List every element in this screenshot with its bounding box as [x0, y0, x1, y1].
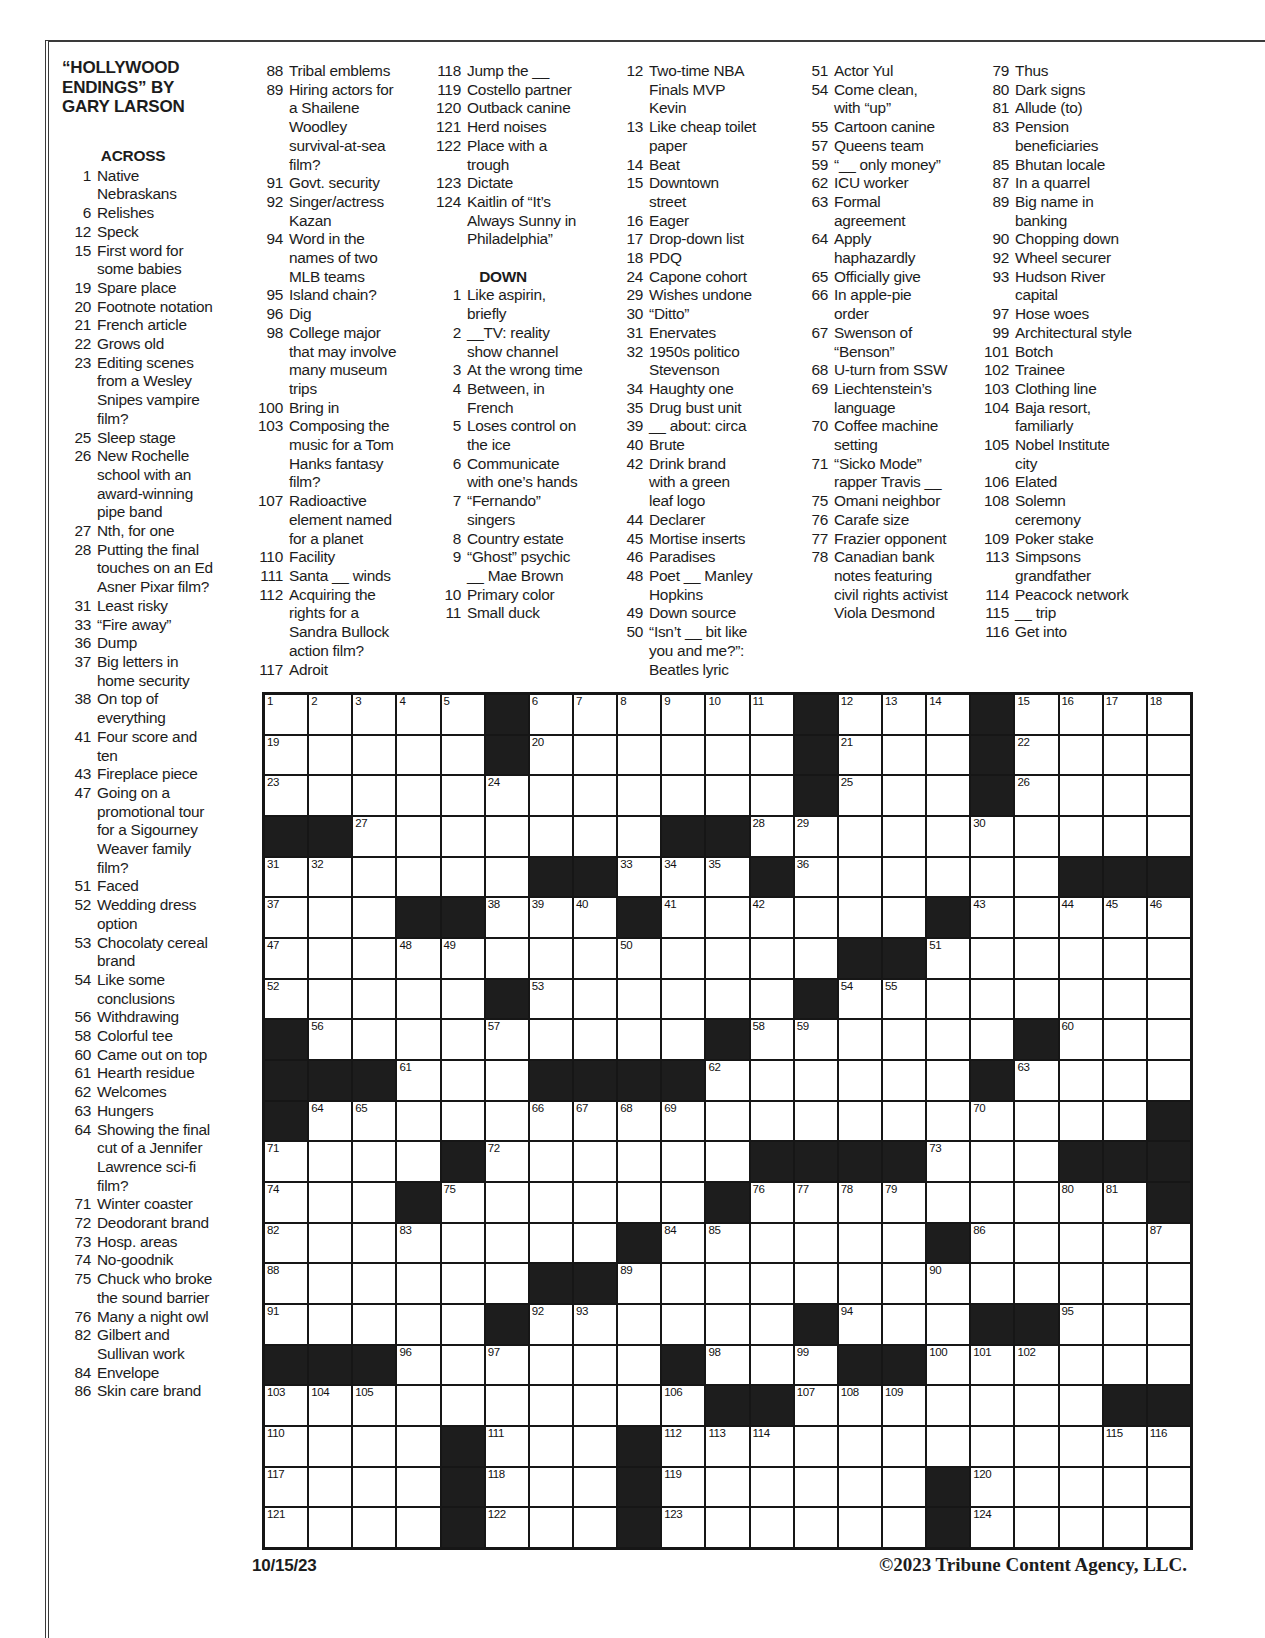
cell-r1c15[interactable]: 13 — [883, 695, 925, 734]
cell-r18c6[interactable] — [486, 1386, 528, 1425]
cell-r20c3[interactable] — [353, 1468, 395, 1507]
cell-r14c18[interactable] — [1015, 1224, 1057, 1263]
cell-r4c21[interactable] — [1148, 817, 1190, 856]
cell-r15c16[interactable]: 90 — [927, 1264, 969, 1303]
cell-r2c9[interactable] — [618, 736, 660, 775]
cell-r17c5[interactable] — [442, 1346, 484, 1385]
cell-r2c8[interactable] — [574, 736, 616, 775]
cell-r11c15[interactable] — [883, 1102, 925, 1141]
cell-r9c10[interactable] — [662, 1020, 704, 1059]
cell-r16c20[interactable] — [1104, 1305, 1146, 1344]
cell-r3c8[interactable] — [574, 776, 616, 815]
cell-r3c1[interactable]: 23 — [265, 776, 307, 815]
cell-r14c11[interactable]: 85 — [706, 1224, 748, 1263]
cell-r15c17[interactable] — [971, 1264, 1013, 1303]
cell-r8c16[interactable] — [927, 980, 969, 1019]
cell-r12c3[interactable] — [353, 1142, 395, 1181]
cell-r21c20[interactable] — [1104, 1508, 1146, 1547]
cell-r2c15[interactable] — [883, 736, 925, 775]
cell-r6c8[interactable]: 40 — [574, 898, 616, 937]
cell-r20c11[interactable] — [706, 1468, 748, 1507]
cell-r9c19[interactable]: 60 — [1060, 1020, 1102, 1059]
cell-r14c13[interactable] — [795, 1224, 837, 1263]
cell-r7c10[interactable] — [662, 939, 704, 978]
cell-r16c7[interactable]: 92 — [530, 1305, 572, 1344]
cell-r4c17[interactable]: 30 — [971, 817, 1013, 856]
cell-r15c21[interactable] — [1148, 1264, 1190, 1303]
cell-r1c3[interactable]: 3 — [353, 695, 395, 734]
cell-r21c3[interactable] — [353, 1508, 395, 1547]
cell-r18c19[interactable] — [1060, 1386, 1102, 1425]
cell-r14c4[interactable]: 83 — [397, 1224, 439, 1263]
cell-r11c5[interactable] — [442, 1102, 484, 1141]
cell-r3c14[interactable]: 25 — [839, 776, 881, 815]
cell-r5c16[interactable] — [927, 858, 969, 897]
cell-r6c3[interactable] — [353, 898, 395, 937]
cell-r12c9[interactable] — [618, 1142, 660, 1181]
cell-r13c3[interactable] — [353, 1183, 395, 1222]
cell-r3c2[interactable] — [309, 776, 351, 815]
cell-r16c10[interactable] — [662, 1305, 704, 1344]
cell-r11c13[interactable] — [795, 1102, 837, 1141]
cell-r21c14[interactable] — [839, 1508, 881, 1547]
cell-r4c7[interactable] — [530, 817, 572, 856]
cell-r8c3[interactable] — [353, 980, 395, 1019]
cell-r4c6[interactable] — [486, 817, 528, 856]
cell-r3c20[interactable] — [1104, 776, 1146, 815]
cell-r9c17[interactable] — [971, 1020, 1013, 1059]
cell-r18c16[interactable] — [927, 1386, 969, 1425]
cell-r6c7[interactable]: 39 — [530, 898, 572, 937]
cell-r11c8[interactable]: 67 — [574, 1102, 616, 1141]
cell-r1c14[interactable]: 12 — [839, 695, 881, 734]
cell-r15c20[interactable] — [1104, 1264, 1146, 1303]
cell-r19c16[interactable] — [927, 1427, 969, 1466]
cell-r13c5[interactable]: 75 — [442, 1183, 484, 1222]
cell-r17c4[interactable]: 96 — [397, 1346, 439, 1385]
cell-r2c1[interactable]: 19 — [265, 736, 307, 775]
cell-r5c6[interactable] — [486, 858, 528, 897]
cell-r15c12[interactable] — [751, 1264, 793, 1303]
cell-r5c11[interactable]: 35 — [706, 858, 748, 897]
cell-r12c6[interactable]: 72 — [486, 1142, 528, 1181]
cell-r21c2[interactable] — [309, 1508, 351, 1547]
cell-r18c3[interactable]: 105 — [353, 1386, 395, 1425]
cell-r7c20[interactable] — [1104, 939, 1146, 978]
cell-r11c4[interactable] — [397, 1102, 439, 1141]
cell-r8c20[interactable] — [1104, 980, 1146, 1019]
cell-r4c19[interactable] — [1060, 817, 1102, 856]
cell-r7c21[interactable] — [1148, 939, 1190, 978]
cell-r8c8[interactable] — [574, 980, 616, 1019]
cell-r2c10[interactable] — [662, 736, 704, 775]
cell-r21c6[interactable]: 122 — [486, 1508, 528, 1547]
cell-r8c18[interactable] — [1015, 980, 1057, 1019]
cell-r11c14[interactable] — [839, 1102, 881, 1141]
cell-r5c18[interactable] — [1015, 858, 1057, 897]
cell-r18c8[interactable] — [574, 1386, 616, 1425]
cell-r15c19[interactable] — [1060, 1264, 1102, 1303]
cell-r1c1[interactable]: 1 — [265, 695, 307, 734]
cell-r4c5[interactable] — [442, 817, 484, 856]
cell-r19c21[interactable]: 116 — [1148, 1427, 1190, 1466]
cell-r2c12[interactable] — [751, 736, 793, 775]
cell-r16c11[interactable] — [706, 1305, 748, 1344]
cell-r8c14[interactable]: 54 — [839, 980, 881, 1019]
cell-r10c11[interactable]: 62 — [706, 1061, 748, 1100]
cell-r8c17[interactable] — [971, 980, 1013, 1019]
cell-r1c8[interactable]: 7 — [574, 695, 616, 734]
cell-r20c2[interactable] — [309, 1468, 351, 1507]
cell-r6c21[interactable]: 46 — [1148, 898, 1190, 937]
cell-r7c16[interactable]: 51 — [927, 939, 969, 978]
cell-r14c19[interactable] — [1060, 1224, 1102, 1263]
cell-r17c11[interactable]: 98 — [706, 1346, 748, 1385]
cell-r1c21[interactable]: 18 — [1148, 695, 1190, 734]
cell-r4c14[interactable] — [839, 817, 881, 856]
cell-r6c6[interactable]: 38 — [486, 898, 528, 937]
cell-r18c9[interactable] — [618, 1386, 660, 1425]
cell-r15c10[interactable] — [662, 1264, 704, 1303]
cell-r2c3[interactable] — [353, 736, 395, 775]
cell-r15c9[interactable]: 89 — [618, 1264, 660, 1303]
cell-r7c18[interactable] — [1015, 939, 1057, 978]
cell-r17c13[interactable]: 99 — [795, 1346, 837, 1385]
cell-r15c4[interactable] — [397, 1264, 439, 1303]
cell-r12c16[interactable]: 73 — [927, 1142, 969, 1181]
cell-r14c7[interactable] — [530, 1224, 572, 1263]
cell-r8c10[interactable] — [662, 980, 704, 1019]
cell-r8c19[interactable] — [1060, 980, 1102, 1019]
cell-r19c4[interactable] — [397, 1427, 439, 1466]
cell-r5c4[interactable] — [397, 858, 439, 897]
cell-r15c18[interactable] — [1015, 1264, 1057, 1303]
cell-r19c3[interactable] — [353, 1427, 395, 1466]
cell-r8c7[interactable]: 53 — [530, 980, 572, 1019]
cell-r11c7[interactable]: 66 — [530, 1102, 572, 1141]
cell-r6c13[interactable] — [795, 898, 837, 937]
cell-r7c11[interactable] — [706, 939, 748, 978]
cell-r11c3[interactable]: 65 — [353, 1102, 395, 1141]
cell-r18c15[interactable]: 109 — [883, 1386, 925, 1425]
cell-r12c4[interactable] — [397, 1142, 439, 1181]
cell-r6c18[interactable] — [1015, 898, 1057, 937]
cell-r6c10[interactable]: 41 — [662, 898, 704, 937]
cell-r16c5[interactable] — [442, 1305, 484, 1344]
cell-r11c9[interactable]: 68 — [618, 1102, 660, 1141]
cell-r13c8[interactable] — [574, 1183, 616, 1222]
cell-r18c13[interactable]: 107 — [795, 1386, 837, 1425]
cell-r20c10[interactable]: 119 — [662, 1468, 704, 1507]
cell-r7c12[interactable] — [751, 939, 793, 978]
cell-r17c19[interactable] — [1060, 1346, 1102, 1385]
cell-r19c13[interactable] — [795, 1427, 837, 1466]
cell-r13c15[interactable]: 79 — [883, 1183, 925, 1222]
cell-r9c12[interactable]: 58 — [751, 1020, 793, 1059]
cell-r21c4[interactable] — [397, 1508, 439, 1547]
cell-r12c2[interactable] — [309, 1142, 351, 1181]
cell-r13c20[interactable]: 81 — [1104, 1183, 1146, 1222]
cell-r17c6[interactable]: 97 — [486, 1346, 528, 1385]
cell-r4c20[interactable] — [1104, 817, 1146, 856]
cell-r14c5[interactable] — [442, 1224, 484, 1263]
cell-r20c15[interactable] — [883, 1468, 925, 1507]
cell-r1c4[interactable]: 4 — [397, 695, 439, 734]
cell-r14c15[interactable] — [883, 1224, 925, 1263]
cell-r14c2[interactable] — [309, 1224, 351, 1263]
cell-r20c4[interactable] — [397, 1468, 439, 1507]
cell-r20c7[interactable] — [530, 1468, 572, 1507]
cell-r5c1[interactable]: 31 — [265, 858, 307, 897]
cell-r4c15[interactable] — [883, 817, 925, 856]
cell-r13c16[interactable] — [927, 1183, 969, 1222]
cell-r7c7[interactable] — [530, 939, 572, 978]
cell-r13c2[interactable] — [309, 1183, 351, 1222]
cell-r1c16[interactable]: 14 — [927, 695, 969, 734]
cell-r13c17[interactable] — [971, 1183, 1013, 1222]
cell-r12c8[interactable] — [574, 1142, 616, 1181]
cell-r10c20[interactable] — [1104, 1061, 1146, 1100]
cell-r14c20[interactable] — [1104, 1224, 1146, 1263]
cell-r2c2[interactable] — [309, 736, 351, 775]
cell-r21c15[interactable] — [883, 1508, 925, 1547]
cell-r4c4[interactable] — [397, 817, 439, 856]
cell-r4c8[interactable] — [574, 817, 616, 856]
cell-r8c5[interactable] — [442, 980, 484, 1019]
cell-r8c12[interactable] — [751, 980, 793, 1019]
cell-r21c17[interactable]: 124 — [971, 1508, 1013, 1547]
cell-r12c17[interactable] — [971, 1142, 1013, 1181]
cell-r8c11[interactable] — [706, 980, 748, 1019]
cell-r5c13[interactable]: 36 — [795, 858, 837, 897]
cell-r3c7[interactable] — [530, 776, 572, 815]
cell-r7c4[interactable]: 48 — [397, 939, 439, 978]
cell-r13c7[interactable] — [530, 1183, 572, 1222]
cell-r13c6[interactable] — [486, 1183, 528, 1222]
cell-r18c10[interactable]: 106 — [662, 1386, 704, 1425]
cell-r3c4[interactable] — [397, 776, 439, 815]
cell-r19c20[interactable]: 115 — [1104, 1427, 1146, 1466]
cell-r4c9[interactable] — [618, 817, 660, 856]
cell-r18c4[interactable] — [397, 1386, 439, 1425]
cell-r19c11[interactable]: 113 — [706, 1427, 748, 1466]
cell-r19c1[interactable]: 110 — [265, 1427, 307, 1466]
cell-r9c9[interactable] — [618, 1020, 660, 1059]
cell-r7c3[interactable] — [353, 939, 395, 978]
cell-r14c17[interactable]: 86 — [971, 1224, 1013, 1263]
cell-r4c12[interactable]: 28 — [751, 817, 793, 856]
cell-r10c5[interactable] — [442, 1061, 484, 1100]
cell-r20c12[interactable] — [751, 1468, 793, 1507]
cell-r20c13[interactable] — [795, 1468, 837, 1507]
cell-r2c14[interactable]: 21 — [839, 736, 881, 775]
cell-r19c17[interactable] — [971, 1427, 1013, 1466]
cell-r16c3[interactable] — [353, 1305, 395, 1344]
cell-r5c2[interactable]: 32 — [309, 858, 351, 897]
cell-r17c12[interactable] — [751, 1346, 793, 1385]
cell-r5c14[interactable] — [839, 858, 881, 897]
cell-r16c19[interactable]: 95 — [1060, 1305, 1102, 1344]
cell-r3c11[interactable] — [706, 776, 748, 815]
cell-r1c12[interactable]: 11 — [751, 695, 793, 734]
cell-r18c18[interactable] — [1015, 1386, 1057, 1425]
cell-r15c13[interactable] — [795, 1264, 837, 1303]
cell-r13c1[interactable]: 74 — [265, 1183, 307, 1222]
cell-r20c1[interactable]: 117 — [265, 1468, 307, 1507]
cell-r14c14[interactable] — [839, 1224, 881, 1263]
cell-r16c9[interactable] — [618, 1305, 660, 1344]
cell-r3c6[interactable]: 24 — [486, 776, 528, 815]
cell-r7c6[interactable] — [486, 939, 528, 978]
cell-r11c2[interactable]: 64 — [309, 1102, 351, 1141]
cell-r8c21[interactable] — [1148, 980, 1190, 1019]
cell-r19c12[interactable]: 114 — [751, 1427, 793, 1466]
cell-r1c10[interactable]: 9 — [662, 695, 704, 734]
cell-r21c21[interactable] — [1148, 1508, 1190, 1547]
cell-r4c18[interactable] — [1015, 817, 1057, 856]
cell-r1c19[interactable]: 16 — [1060, 695, 1102, 734]
cell-r3c3[interactable] — [353, 776, 395, 815]
cell-r4c3[interactable]: 27 — [353, 817, 395, 856]
cell-r17c7[interactable] — [530, 1346, 572, 1385]
cell-r6c11[interactable] — [706, 898, 748, 937]
cell-r7c13[interactable] — [795, 939, 837, 978]
cell-r16c16[interactable] — [927, 1305, 969, 1344]
cell-r11c20[interactable] — [1104, 1102, 1146, 1141]
cell-r7c17[interactable] — [971, 939, 1013, 978]
cell-r11c19[interactable] — [1060, 1102, 1102, 1141]
cell-r19c14[interactable] — [839, 1427, 881, 1466]
cell-r7c1[interactable]: 47 — [265, 939, 307, 978]
cell-r5c10[interactable]: 34 — [662, 858, 704, 897]
cell-r11c18[interactable] — [1015, 1102, 1057, 1141]
cell-r14c12[interactable] — [751, 1224, 793, 1263]
cell-r21c18[interactable] — [1015, 1508, 1057, 1547]
cell-r5c3[interactable] — [353, 858, 395, 897]
cell-r14c3[interactable] — [353, 1224, 395, 1263]
cell-r10c14[interactable] — [839, 1061, 881, 1100]
cell-r17c16[interactable]: 100 — [927, 1346, 969, 1385]
cell-r10c13[interactable] — [795, 1061, 837, 1100]
cell-r8c9[interactable] — [618, 980, 660, 1019]
cell-r19c2[interactable] — [309, 1427, 351, 1466]
cell-r6c12[interactable]: 42 — [751, 898, 793, 937]
cell-r15c11[interactable] — [706, 1264, 748, 1303]
cell-r11c17[interactable]: 70 — [971, 1102, 1013, 1141]
cell-r12c1[interactable]: 71 — [265, 1142, 307, 1181]
cell-r1c18[interactable]: 15 — [1015, 695, 1057, 734]
cell-r10c12[interactable] — [751, 1061, 793, 1100]
cell-r3c18[interactable]: 26 — [1015, 776, 1057, 815]
cell-r15c15[interactable] — [883, 1264, 925, 1303]
cell-r16c21[interactable] — [1148, 1305, 1190, 1344]
cell-r15c2[interactable] — [309, 1264, 351, 1303]
cell-r18c1[interactable]: 103 — [265, 1386, 307, 1425]
cell-r17c8[interactable] — [574, 1346, 616, 1385]
cell-r13c9[interactable] — [618, 1183, 660, 1222]
cell-r19c18[interactable] — [1015, 1427, 1057, 1466]
cell-r20c19[interactable] — [1060, 1468, 1102, 1507]
cell-r21c8[interactable] — [574, 1508, 616, 1547]
cell-r21c10[interactable]: 123 — [662, 1508, 704, 1547]
cell-r16c8[interactable]: 93 — [574, 1305, 616, 1344]
cell-r11c12[interactable] — [751, 1102, 793, 1141]
cell-r1c7[interactable]: 6 — [530, 695, 572, 734]
cell-r5c5[interactable] — [442, 858, 484, 897]
cell-r19c7[interactable] — [530, 1427, 572, 1466]
cell-r18c5[interactable] — [442, 1386, 484, 1425]
cell-r3c9[interactable] — [618, 776, 660, 815]
cell-r5c17[interactable] — [971, 858, 1013, 897]
cell-r9c6[interactable]: 57 — [486, 1020, 528, 1059]
cell-r9c13[interactable]: 59 — [795, 1020, 837, 1059]
cell-r9c2[interactable]: 56 — [309, 1020, 351, 1059]
cell-r21c13[interactable] — [795, 1508, 837, 1547]
cell-r19c6[interactable]: 111 — [486, 1427, 528, 1466]
cell-r16c14[interactable]: 94 — [839, 1305, 881, 1344]
cell-r20c21[interactable] — [1148, 1468, 1190, 1507]
cell-r10c19[interactable] — [1060, 1061, 1102, 1100]
cell-r3c15[interactable] — [883, 776, 925, 815]
cell-r12c10[interactable] — [662, 1142, 704, 1181]
cell-r18c17[interactable] — [971, 1386, 1013, 1425]
cell-r3c12[interactable] — [751, 776, 793, 815]
cell-r11c11[interactable] — [706, 1102, 748, 1141]
cell-r6c14[interactable] — [839, 898, 881, 937]
cell-r11c6[interactable] — [486, 1102, 528, 1141]
cell-r7c19[interactable] — [1060, 939, 1102, 978]
cell-r9c7[interactable] — [530, 1020, 572, 1059]
cell-r20c14[interactable] — [839, 1468, 881, 1507]
cell-r21c7[interactable] — [530, 1508, 572, 1547]
cell-r2c5[interactable] — [442, 736, 484, 775]
cell-r17c9[interactable] — [618, 1346, 660, 1385]
cell-r19c15[interactable] — [883, 1427, 925, 1466]
cell-r6c17[interactable]: 43 — [971, 898, 1013, 937]
cell-r13c18[interactable] — [1015, 1183, 1057, 1222]
cell-r4c16[interactable] — [927, 817, 969, 856]
cell-r15c14[interactable] — [839, 1264, 881, 1303]
cell-r1c5[interactable]: 5 — [442, 695, 484, 734]
cell-r2c4[interactable] — [397, 736, 439, 775]
cell-r14c1[interactable]: 82 — [265, 1224, 307, 1263]
cell-r9c14[interactable] — [839, 1020, 881, 1059]
cell-r8c15[interactable]: 55 — [883, 980, 925, 1019]
cell-r12c11[interactable] — [706, 1142, 748, 1181]
cell-r20c17[interactable]: 120 — [971, 1468, 1013, 1507]
cell-r2c21[interactable] — [1148, 736, 1190, 775]
cell-r10c21[interactable] — [1148, 1061, 1190, 1100]
cell-r21c12[interactable] — [751, 1508, 793, 1547]
cell-r14c8[interactable] — [574, 1224, 616, 1263]
cell-r1c2[interactable]: 2 — [309, 695, 351, 734]
cell-r11c16[interactable] — [927, 1102, 969, 1141]
cell-r9c3[interactable] — [353, 1020, 395, 1059]
cell-r8c2[interactable] — [309, 980, 351, 1019]
cell-r16c15[interactable] — [883, 1305, 925, 1344]
cell-r18c7[interactable] — [530, 1386, 572, 1425]
cell-r13c12[interactable]: 76 — [751, 1183, 793, 1222]
cell-r10c15[interactable] — [883, 1061, 925, 1100]
cell-r16c2[interactable] — [309, 1305, 351, 1344]
cell-r5c15[interactable] — [883, 858, 925, 897]
cell-r15c5[interactable] — [442, 1264, 484, 1303]
cell-r7c9[interactable]: 50 — [618, 939, 660, 978]
cell-r7c5[interactable]: 49 — [442, 939, 484, 978]
cell-r9c15[interactable] — [883, 1020, 925, 1059]
cell-r9c16[interactable] — [927, 1020, 969, 1059]
cell-r10c16[interactable] — [927, 1061, 969, 1100]
